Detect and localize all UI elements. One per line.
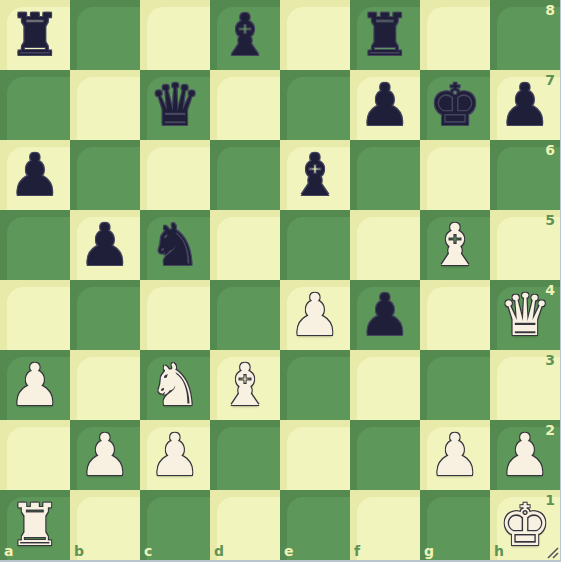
square-h7[interactable]: ♟7 [490, 70, 560, 140]
rank-label-8: 8 [545, 2, 555, 18]
square-h8[interactable]: 8 [490, 0, 560, 70]
file-label-g: g [424, 543, 434, 559]
piece-black-king-g7[interactable]: ♚ [420, 70, 490, 140]
file-label-b: b [74, 543, 84, 559]
square-f1[interactable]: f [350, 490, 420, 560]
square-b1[interactable]: b [70, 490, 140, 560]
square-b3[interactable] [70, 350, 140, 420]
square-e1[interactable]: e [280, 490, 350, 560]
square-d3[interactable]: ♝ [210, 350, 280, 420]
piece-white-pawn-a3[interactable]: ♟ [0, 350, 70, 420]
square-c6[interactable] [140, 140, 210, 210]
piece-black-knight-c5[interactable]: ♞ [140, 210, 210, 280]
rank-label-3: 3 [545, 352, 555, 368]
square-c1[interactable]: c [140, 490, 210, 560]
square-g4[interactable] [420, 280, 490, 350]
square-d4[interactable] [210, 280, 280, 350]
file-label-d: d [214, 543, 224, 559]
square-e6[interactable]: ♝ [280, 140, 350, 210]
square-h2[interactable]: ♟2 [490, 420, 560, 490]
piece-black-pawn-h7[interactable]: ♟ [490, 70, 560, 140]
square-f2[interactable] [350, 420, 420, 490]
square-f4[interactable]: ♟ [350, 280, 420, 350]
square-b8[interactable] [70, 0, 140, 70]
square-a3[interactable]: ♟ [0, 350, 70, 420]
square-e7[interactable] [280, 70, 350, 140]
piece-white-pawn-c2[interactable]: ♟ [140, 420, 210, 490]
square-c2[interactable]: ♟ [140, 420, 210, 490]
square-d1[interactable]: d [210, 490, 280, 560]
square-a7[interactable] [0, 70, 70, 140]
board-resize-handle-icon[interactable] [545, 545, 559, 559]
square-a8[interactable]: ♜ [0, 0, 70, 70]
square-c5[interactable]: ♞ [140, 210, 210, 280]
piece-white-knight-c3[interactable]: ♞ [140, 350, 210, 420]
square-e4[interactable]: ♟ [280, 280, 350, 350]
square-d2[interactable] [210, 420, 280, 490]
piece-white-pawn-e4[interactable]: ♟ [280, 280, 350, 350]
square-b6[interactable] [70, 140, 140, 210]
square-g6[interactable] [420, 140, 490, 210]
piece-black-rook-a8[interactable]: ♜ [0, 0, 70, 70]
chess-board-frame: ♜♝♜8♛♟♚♟7♟♝6♟♞♝5♟♟♛4♟♞♝3♟♟♟♟2♜abcdefg♚1h [0, 0, 561, 562]
square-c4[interactable] [140, 280, 210, 350]
square-c8[interactable] [140, 0, 210, 70]
square-f7[interactable]: ♟ [350, 70, 420, 140]
piece-black-pawn-b5[interactable]: ♟ [70, 210, 140, 280]
piece-black-bishop-e6[interactable]: ♝ [280, 140, 350, 210]
rank-label-5: 5 [545, 212, 555, 228]
square-a1[interactable]: ♜a [0, 490, 70, 560]
square-g5[interactable]: ♝ [420, 210, 490, 280]
square-f8[interactable]: ♜ [350, 0, 420, 70]
piece-white-queen-h4[interactable]: ♛ [490, 280, 560, 350]
file-label-f: f [354, 543, 360, 559]
square-a6[interactable]: ♟ [0, 140, 70, 210]
file-label-c: c [144, 543, 152, 559]
square-a5[interactable] [0, 210, 70, 280]
square-b5[interactable]: ♟ [70, 210, 140, 280]
square-b2[interactable]: ♟ [70, 420, 140, 490]
piece-white-pawn-b2[interactable]: ♟ [70, 420, 140, 490]
piece-white-bishop-g5[interactable]: ♝ [420, 210, 490, 280]
chess-board: ♜♝♜8♛♟♚♟7♟♝6♟♞♝5♟♟♛4♟♞♝3♟♟♟♟2♜abcdefg♚1h [0, 0, 560, 560]
square-g1[interactable]: g [420, 490, 490, 560]
piece-black-pawn-f7[interactable]: ♟ [350, 70, 420, 140]
square-g3[interactable] [420, 350, 490, 420]
square-f3[interactable] [350, 350, 420, 420]
file-label-e: e [284, 543, 294, 559]
piece-white-bishop-d3[interactable]: ♝ [210, 350, 280, 420]
piece-black-pawn-f4[interactable]: ♟ [350, 280, 420, 350]
square-d6[interactable] [210, 140, 280, 210]
piece-white-pawn-g2[interactable]: ♟ [420, 420, 490, 490]
square-c3[interactable]: ♞ [140, 350, 210, 420]
square-g7[interactable]: ♚ [420, 70, 490, 140]
square-h5[interactable]: 5 [490, 210, 560, 280]
piece-black-pawn-a6[interactable]: ♟ [0, 140, 70, 210]
rank-label-6: 6 [545, 142, 555, 158]
square-f5[interactable] [350, 210, 420, 280]
piece-black-bishop-d8[interactable]: ♝ [210, 0, 280, 70]
square-g2[interactable]: ♟ [420, 420, 490, 490]
square-e8[interactable] [280, 0, 350, 70]
square-e2[interactable] [280, 420, 350, 490]
piece-white-pawn-h2[interactable]: ♟ [490, 420, 560, 490]
square-a2[interactable] [0, 420, 70, 490]
square-h4[interactable]: ♛4 [490, 280, 560, 350]
square-f6[interactable] [350, 140, 420, 210]
square-h6[interactable]: 6 [490, 140, 560, 210]
square-d8[interactable]: ♝ [210, 0, 280, 70]
square-e3[interactable] [280, 350, 350, 420]
square-b7[interactable] [70, 70, 140, 140]
square-a4[interactable] [0, 280, 70, 350]
piece-black-queen-c7[interactable]: ♛ [140, 70, 210, 140]
square-d7[interactable] [210, 70, 280, 140]
square-d5[interactable] [210, 210, 280, 280]
square-c7[interactable]: ♛ [140, 70, 210, 140]
square-b4[interactable] [70, 280, 140, 350]
square-h3[interactable]: 3 [490, 350, 560, 420]
piece-black-rook-f8[interactable]: ♜ [350, 0, 420, 70]
square-h1[interactable]: ♚1h [490, 490, 560, 560]
piece-white-rook-a1[interactable]: ♜ [0, 490, 70, 560]
square-e5[interactable] [280, 210, 350, 280]
square-g8[interactable] [420, 0, 490, 70]
